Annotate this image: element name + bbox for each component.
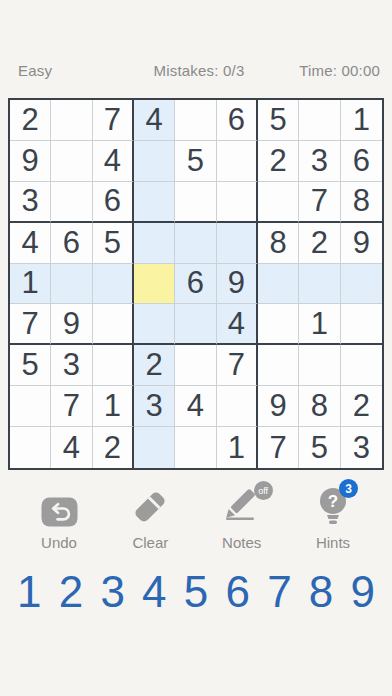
status-bar: Mistakes: 0/3 Easy Time: 00:00	[18, 62, 380, 79]
eraser-icon	[128, 483, 172, 531]
cell-r3c2[interactable]	[51, 182, 92, 223]
cell-r1c7[interactable]: 5	[258, 100, 299, 141]
cell-r2c3[interactable]: 4	[93, 141, 134, 182]
cell-r8c1[interactable]	[10, 386, 51, 427]
svg-text:?: ?	[328, 492, 338, 511]
cell-r9c7[interactable]: 7	[258, 427, 299, 468]
cell-r6c8[interactable]: 1	[299, 304, 340, 345]
cell-r8c5[interactable]: 4	[175, 386, 216, 427]
cell-r6c7[interactable]	[258, 304, 299, 345]
difficulty-label: Easy	[18, 62, 52, 79]
numpad-9[interactable]: 9	[351, 570, 375, 614]
timer-label: Time: 00:00	[299, 62, 380, 79]
cell-r8c7[interactable]: 9	[258, 386, 299, 427]
cell-r8c6[interactable]	[217, 386, 258, 427]
cell-r2c1[interactable]: 9	[10, 141, 51, 182]
cell-r3c7[interactable]	[258, 182, 299, 223]
numpad-3[interactable]: 3	[100, 570, 124, 614]
cell-r5c3[interactable]	[93, 264, 134, 305]
clear-label: Clear	[132, 534, 168, 551]
cell-r7c2[interactable]: 3	[51, 345, 92, 386]
toolbar: Undo Clear off	[0, 487, 392, 551]
cell-r6c2[interactable]: 9	[51, 304, 92, 345]
cell-r2c8[interactable]: 3	[299, 141, 340, 182]
cell-r4c7[interactable]: 8	[258, 223, 299, 264]
numpad-6[interactable]: 6	[225, 570, 249, 614]
cell-r3c1[interactable]: 3	[10, 182, 51, 223]
cell-r7c3[interactable]	[93, 345, 134, 386]
notes-label: Notes	[222, 534, 261, 551]
cell-r9c5[interactable]	[175, 427, 216, 468]
cell-r5c8[interactable]	[299, 264, 340, 305]
cell-r4c9[interactable]: 9	[341, 223, 382, 264]
cell-r8c8[interactable]: 8	[299, 386, 340, 427]
cell-r9c8[interactable]: 5	[299, 427, 340, 468]
hints-button[interactable]: 3 ? Hints	[300, 487, 366, 551]
cell-r5c7[interactable]	[258, 264, 299, 305]
cell-r4c3[interactable]: 5	[93, 223, 134, 264]
cell-r3c9[interactable]: 8	[341, 182, 382, 223]
numpad-2[interactable]: 2	[59, 570, 83, 614]
cell-r1c1[interactable]: 2	[10, 100, 51, 141]
cell-r9c3[interactable]: 2	[93, 427, 134, 468]
hints-badge: 3	[339, 479, 358, 498]
undo-label: Undo	[41, 534, 77, 551]
cell-r1c9[interactable]: 1	[341, 100, 382, 141]
cell-r1c3[interactable]: 7	[93, 100, 134, 141]
cell-r7c1[interactable]: 5	[10, 345, 51, 386]
cell-r3c4[interactable]	[134, 182, 175, 223]
cell-r9c1[interactable]	[10, 427, 51, 468]
numpad-1[interactable]: 1	[17, 570, 41, 614]
numpad-7[interactable]: 7	[267, 570, 291, 614]
cell-r2c9[interactable]: 6	[341, 141, 382, 182]
cell-r5c1[interactable]: 1	[10, 264, 51, 305]
cell-r9c6[interactable]: 1	[217, 427, 258, 468]
cell-r5c9[interactable]	[341, 264, 382, 305]
cell-r4c8[interactable]: 2	[299, 223, 340, 264]
notes-button[interactable]: off Notes	[209, 487, 275, 551]
cell-r1c5[interactable]	[175, 100, 216, 141]
cell-r5c2[interactable]	[51, 264, 92, 305]
numpad-5[interactable]: 5	[184, 570, 208, 614]
cell-r5c6[interactable]: 9	[217, 264, 258, 305]
cell-r5c4[interactable]	[134, 264, 175, 305]
cell-r4c1[interactable]: 4	[10, 223, 51, 264]
cell-r9c9[interactable]: 3	[341, 427, 382, 468]
cell-r2c6[interactable]	[217, 141, 258, 182]
cell-r8c2[interactable]: 7	[51, 386, 92, 427]
sudoku-grid: 2746519452363678465829169794153277134982…	[8, 98, 384, 470]
notes-badge: off	[254, 481, 273, 500]
cell-r7c5[interactable]	[175, 345, 216, 386]
cell-r8c3[interactable]: 1	[93, 386, 134, 427]
cell-r7c6[interactable]: 7	[217, 345, 258, 386]
cell-r3c3[interactable]: 6	[93, 182, 134, 223]
cell-r1c4[interactable]: 4	[134, 100, 175, 141]
cell-r7c7[interactable]	[258, 345, 299, 386]
numpad-4[interactable]: 4	[142, 570, 166, 614]
numpad-8[interactable]: 8	[309, 570, 333, 614]
cell-r1c6[interactable]: 6	[217, 100, 258, 141]
clear-button[interactable]: Clear	[117, 487, 183, 551]
cell-r7c9[interactable]	[341, 345, 382, 386]
cell-r8c4[interactable]: 3	[134, 386, 175, 427]
undo-button[interactable]: Undo	[26, 487, 92, 551]
cell-r2c5[interactable]: 5	[175, 141, 216, 182]
cell-r6c1[interactable]: 7	[10, 304, 51, 345]
cell-r6c3[interactable]	[93, 304, 134, 345]
hints-label: Hints	[316, 534, 350, 551]
cell-r9c4[interactable]	[134, 427, 175, 468]
cell-r3c6[interactable]	[217, 182, 258, 223]
cell-r3c5[interactable]	[175, 182, 216, 223]
cell-r2c2[interactable]	[51, 141, 92, 182]
cell-r8c9[interactable]: 2	[341, 386, 382, 427]
cell-r4c4[interactable]	[134, 223, 175, 264]
cell-r6c4[interactable]	[134, 304, 175, 345]
cell-r4c5[interactable]	[175, 223, 216, 264]
cell-r1c2[interactable]	[51, 100, 92, 141]
cell-r2c4[interactable]	[134, 141, 175, 182]
cell-r4c6[interactable]	[217, 223, 258, 264]
cell-r9c2[interactable]: 4	[51, 427, 92, 468]
cell-r6c5[interactable]	[175, 304, 216, 345]
cell-r3c8[interactable]: 7	[299, 182, 340, 223]
cell-r1c8[interactable]	[299, 100, 340, 141]
cell-r5c5[interactable]: 6	[175, 264, 216, 305]
number-pad: 123456789	[17, 570, 375, 614]
cell-r4c2[interactable]: 6	[51, 223, 92, 264]
cell-r2c7[interactable]: 2	[258, 141, 299, 182]
cell-r6c6[interactable]: 4	[217, 304, 258, 345]
undo-icon	[41, 497, 78, 531]
cell-r7c4[interactable]: 2	[134, 345, 175, 386]
cell-r7c8[interactable]	[299, 345, 340, 386]
cell-r6c9[interactable]	[341, 304, 382, 345]
